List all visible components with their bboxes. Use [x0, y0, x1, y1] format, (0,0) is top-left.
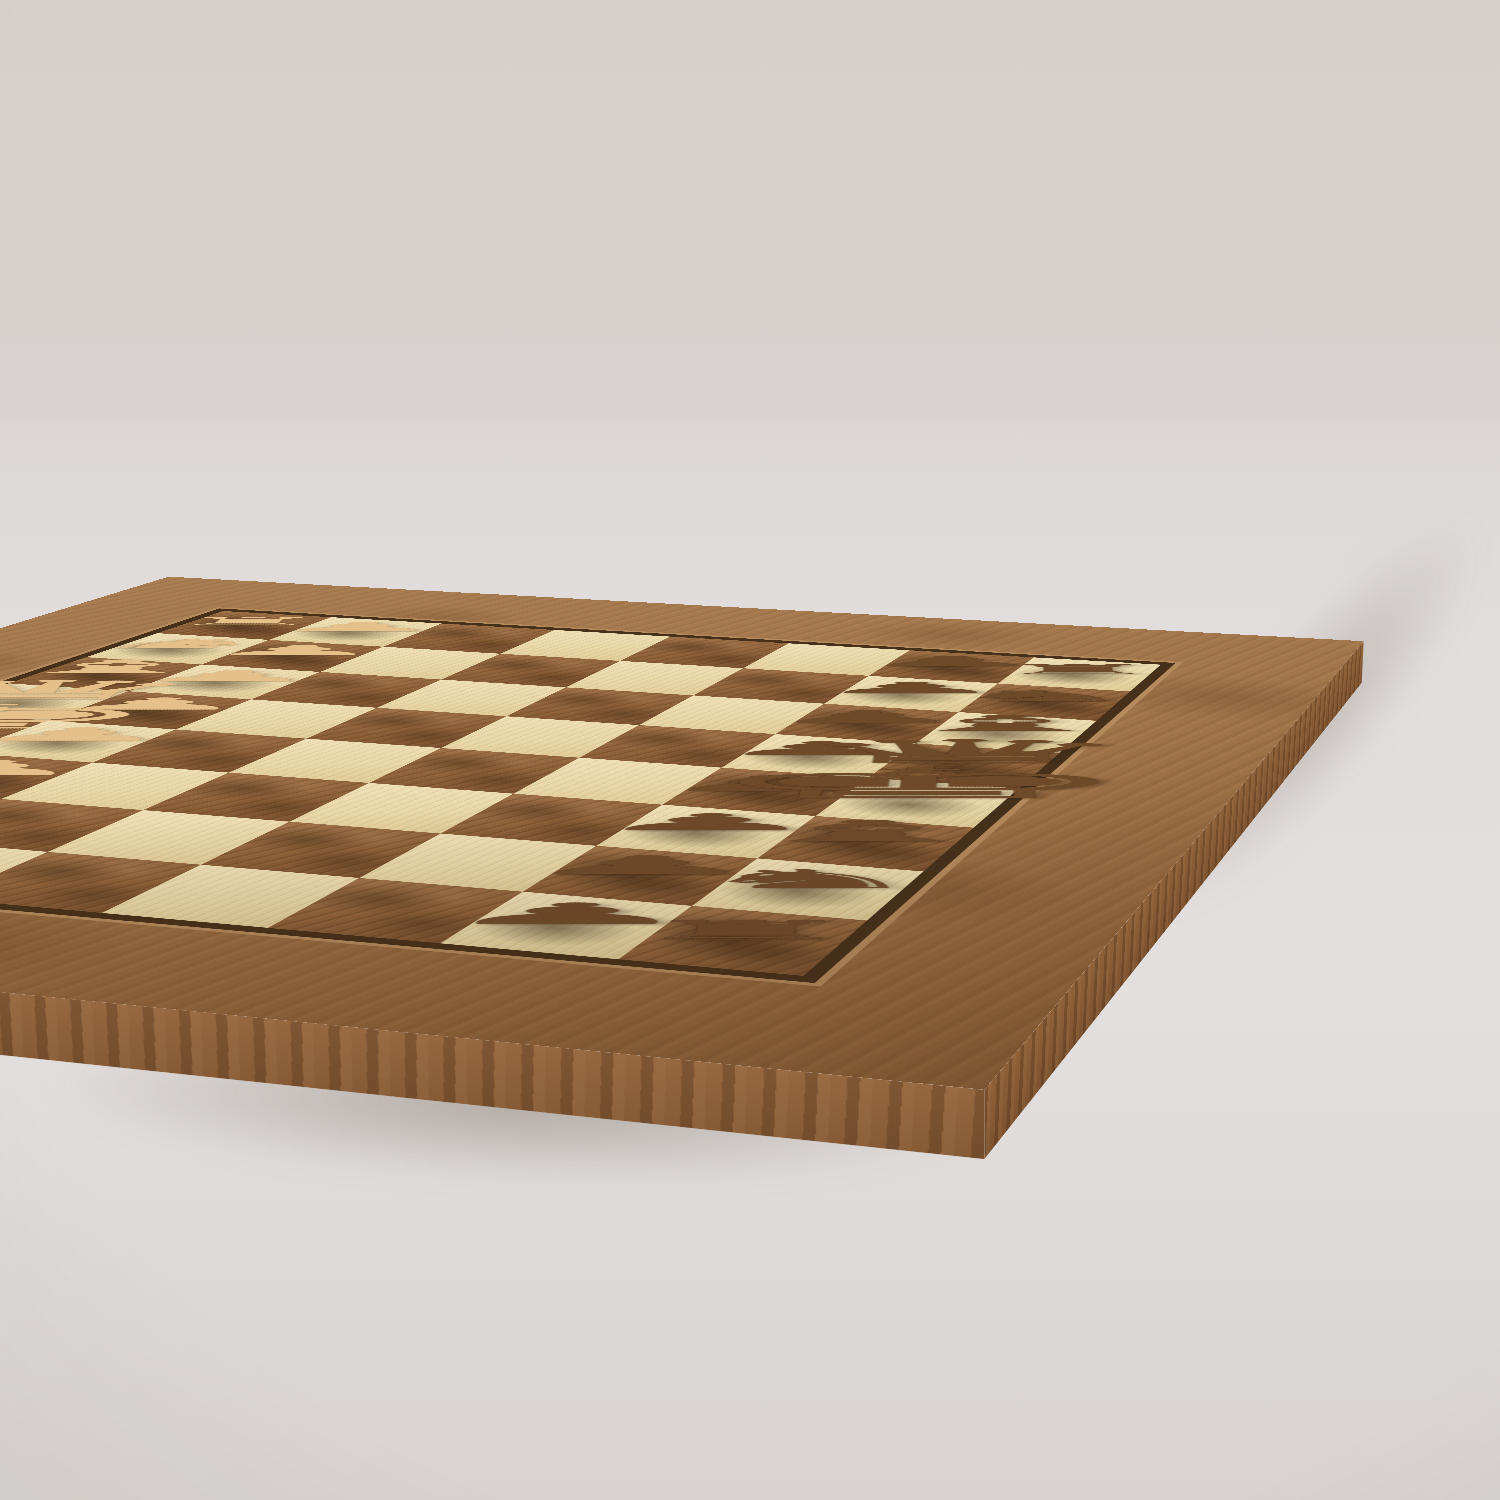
square-g5[interactable]	[201, 822, 441, 878]
photo-of-chess-set: { "game": "chess", "scene_description": …	[0, 0, 1500, 1500]
king-glyph: ♚	[678, 762, 1154, 805]
chess-board: ♜♟♟♜♞♟♟♞♝♟♟♝♛♟♟♛♚♟♟♚♝♟♟♝♞♟♟♞♜♟♟♜	[0, 577, 1364, 1090]
knight-glyph: ♞	[945, 688, 1142, 704]
square-f5[interactable]	[290, 783, 514, 834]
bishop-glyph: ♝	[873, 712, 1137, 734]
playing-field: ♜♟♟♜♞♟♟♞♝♟♟♝♛♟♟♛♚♟♟♚♝♟♟♝♞♟♟♞♜♟♟♜	[0, 608, 1176, 983]
pawn-glyph: ♟	[0, 725, 193, 743]
square-h4[interactable]	[0, 852, 201, 913]
rook-glyph: ♜	[992, 663, 1165, 676]
rook-glyph: ♜	[617, 917, 869, 944]
square-g4[interactable]	[48, 810, 290, 865]
square-h3[interactable]	[0, 839, 48, 898]
pawn-glyph: ♟	[0, 758, 111, 778]
piece-shadow	[504, 852, 751, 905]
knight-glyph: ♞	[679, 866, 936, 892]
piece-shadow	[673, 865, 919, 920]
square-f6[interactable]	[441, 794, 663, 846]
pawn-glyph: ♟	[428, 899, 710, 928]
square-e5[interactable]	[369, 748, 579, 794]
square-f3[interactable]	[1, 762, 229, 810]
square-h5[interactable]	[102, 865, 359, 928]
square-g8[interactable]: ♞	[692, 858, 923, 920]
square-g6[interactable]	[359, 833, 596, 891]
square-g7[interactable]: ♟	[523, 846, 757, 906]
square-h7[interactable]: ♟	[440, 892, 692, 960]
square-f7[interactable]: ♟	[596, 805, 815, 859]
pawn-glyph: ♟	[0, 794, 21, 816]
square-f8[interactable]: ♝	[757, 816, 973, 871]
piece-shadow	[598, 913, 861, 975]
piece-shadow	[421, 899, 685, 959]
square-g3[interactable]	[0, 799, 143, 852]
square-e8[interactable]: ♚	[816, 778, 1019, 828]
square-f4[interactable]	[143, 773, 369, 822]
bishop-glyph: ♝	[711, 816, 1018, 846]
piece-shadow	[798, 783, 1016, 827]
square-h8[interactable]: ♜	[618, 906, 867, 976]
perspective-scene: ♜♟♟♜♞♟♟♞♝♟♟♝♛♟♟♛♚♟♟♚♝♟♟♝♞♟♟♞♜♟♟♜	[0, 0, 1500, 1500]
piece-shadow	[579, 810, 810, 858]
square-g2[interactable]: ♟	[0, 788, 1, 839]
piece-shadow	[739, 822, 970, 871]
square-h6[interactable]	[268, 878, 523, 943]
pawn-glyph: ♟	[510, 852, 773, 878]
pawn-glyph: ♟	[263, 621, 455, 634]
